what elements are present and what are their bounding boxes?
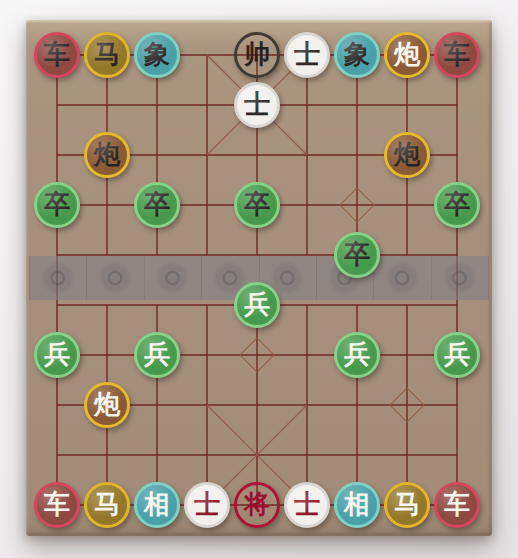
piece-label: 马 <box>394 491 420 517</box>
piece-label: 兵 <box>344 341 370 367</box>
piece-horse-bottom[interactable]: 马 <box>384 482 430 528</box>
piece-label: 马 <box>94 41 120 67</box>
piece-elephant-bottom[interactable]: 相 <box>334 482 380 528</box>
piece-chariot-top[interactable]: 车 <box>34 32 80 78</box>
piece-label: 卒 <box>444 191 470 217</box>
piece-label: 卒 <box>44 191 70 217</box>
piece-label: 马 <box>94 491 120 517</box>
piece-label: 炮 <box>94 391 120 417</box>
piece-label: 卒 <box>344 241 370 267</box>
piece-elephant-top[interactable]: 象 <box>134 32 180 78</box>
piece-soldier-top[interactable]: 卒 <box>434 182 480 228</box>
piece-soldier-bottom[interactable]: 兵 <box>434 332 480 378</box>
piece-label: 车 <box>444 491 470 517</box>
piece-soldier-top[interactable]: 卒 <box>334 232 380 278</box>
piece-advisor-bottom[interactable]: 士 <box>284 482 330 528</box>
xiangqi-board[interactable]: 车马象帅士象炮车士炮炮卒卒卒卒卒兵兵兵兵兵炮车马相士将士相马车 <box>26 20 492 536</box>
piece-label: 相 <box>344 491 370 517</box>
piece-soldier-bottom[interactable]: 兵 <box>134 332 180 378</box>
piece-soldier-top[interactable]: 卒 <box>234 182 280 228</box>
piece-label: 象 <box>144 41 170 67</box>
page: 车马象帅士象炮车士炮炮卒卒卒卒卒兵兵兵兵兵炮车马相士将士相马车 <box>0 0 518 558</box>
piece-soldier-bottom[interactable]: 兵 <box>334 332 380 378</box>
piece-label: 车 <box>44 491 70 517</box>
piece-horse-top[interactable]: 马 <box>84 32 130 78</box>
piece-cannon-bottom[interactable]: 炮 <box>384 32 430 78</box>
piece-soldier-bottom[interactable]: 兵 <box>34 332 80 378</box>
piece-general_bottom-bottom[interactable]: 将 <box>234 482 280 528</box>
piece-label: 兵 <box>44 341 70 367</box>
piece-label: 卒 <box>144 191 170 217</box>
piece-soldier-top[interactable]: 卒 <box>134 182 180 228</box>
piece-label: 象 <box>344 41 370 67</box>
piece-cannon-top[interactable]: 炮 <box>384 132 430 178</box>
piece-chariot-bottom[interactable]: 车 <box>434 482 480 528</box>
piece-general_top-top[interactable]: 帅 <box>234 32 280 78</box>
piece-label: 车 <box>44 41 70 67</box>
piece-advisor-bottom[interactable]: 士 <box>184 482 230 528</box>
piece-cannon-bottom[interactable]: 炮 <box>84 382 130 428</box>
piece-advisor-top[interactable]: 士 <box>284 32 330 78</box>
piece-label: 炮 <box>394 141 420 167</box>
piece-label: 士 <box>294 491 320 517</box>
piece-label: 炮 <box>394 41 420 67</box>
piece-chariot-top[interactable]: 车 <box>434 32 480 78</box>
piece-label: 士 <box>294 41 320 67</box>
piece-label: 炮 <box>94 141 120 167</box>
piece-horse-bottom[interactable]: 马 <box>84 482 130 528</box>
piece-label: 兵 <box>144 341 170 367</box>
piece-label: 士 <box>194 491 220 517</box>
piece-label: 卒 <box>244 191 270 217</box>
piece-soldier-bottom[interactable]: 兵 <box>234 282 280 328</box>
piece-elephant-top[interactable]: 象 <box>334 32 380 78</box>
piece-label: 士 <box>244 91 270 117</box>
piece-soldier-top[interactable]: 卒 <box>34 182 80 228</box>
piece-label: 兵 <box>244 291 270 317</box>
piece-cannon-top[interactable]: 炮 <box>84 132 130 178</box>
piece-advisor-top[interactable]: 士 <box>234 82 280 128</box>
piece-label: 兵 <box>444 341 470 367</box>
piece-label: 将 <box>244 491 270 517</box>
piece-elephant-bottom[interactable]: 相 <box>134 482 180 528</box>
piece-chariot-bottom[interactable]: 车 <box>34 482 80 528</box>
piece-label: 帅 <box>244 41 270 67</box>
piece-label: 相 <box>144 491 170 517</box>
piece-label: 车 <box>444 41 470 67</box>
